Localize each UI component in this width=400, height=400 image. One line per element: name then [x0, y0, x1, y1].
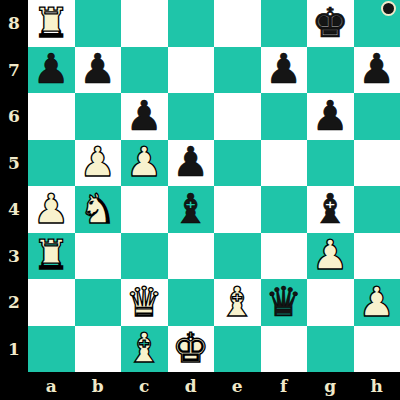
square-f6[interactable]: [261, 93, 308, 140]
square-g4[interactable]: ♝: [307, 186, 354, 233]
black-pawn-h7[interactable]: ♟: [358, 49, 395, 90]
square-e3[interactable]: [214, 233, 261, 280]
rank-label-1: 1: [0, 326, 28, 373]
square-h4[interactable]: [354, 186, 400, 233]
square-b2[interactable]: [75, 279, 122, 326]
white-pawn-g3[interactable]: ♟: [312, 235, 349, 276]
square-a8[interactable]: ♜: [28, 0, 75, 47]
square-c8[interactable]: [121, 0, 168, 47]
black-pawn-d5[interactable]: ♟: [172, 142, 209, 183]
black-bishop-d4[interactable]: ♝: [172, 189, 209, 230]
square-f3[interactable]: [261, 233, 308, 280]
square-e8[interactable]: [214, 0, 261, 47]
black-king-g8[interactable]: ♚: [312, 3, 349, 44]
chess-board: ♜♚♟♟♟♟♟♟♟♟♟♟♞♝♝♜♟♛♝♛♟♝♚: [28, 0, 400, 372]
square-h7[interactable]: ♟: [354, 47, 400, 94]
square-c3[interactable]: [121, 233, 168, 280]
square-a7[interactable]: ♟: [28, 47, 75, 94]
white-rook-a8[interactable]: ♜: [33, 3, 70, 44]
square-c7[interactable]: [121, 47, 168, 94]
square-h1[interactable]: [354, 326, 400, 373]
white-bishop-e2[interactable]: ♝: [219, 282, 256, 323]
square-e4[interactable]: [214, 186, 261, 233]
square-c1[interactable]: ♝: [121, 326, 168, 373]
square-g1[interactable]: [307, 326, 354, 373]
file-label-c: c: [121, 372, 168, 400]
square-b4[interactable]: ♞: [75, 186, 122, 233]
square-d3[interactable]: [168, 233, 215, 280]
square-b5[interactable]: ♟: [75, 140, 122, 187]
file-label-d: d: [168, 372, 215, 400]
white-rook-a3[interactable]: ♜: [33, 235, 70, 276]
rank-label-6: 6: [0, 93, 28, 140]
white-pawn-b5[interactable]: ♟: [79, 142, 116, 183]
chess-puzzle-screenshot: 87654321 ♜♚♟♟♟♟♟♟♟♟♟♟♞♝♝♜♟♛♝♛♟♝♚ abcdefg…: [0, 0, 400, 400]
black-pawn-f7[interactable]: ♟: [265, 49, 302, 90]
square-f1[interactable]: [261, 326, 308, 373]
square-h2[interactable]: ♟: [354, 279, 400, 326]
square-f2[interactable]: ♛: [261, 279, 308, 326]
square-g8[interactable]: ♚: [307, 0, 354, 47]
black-pawn-c6[interactable]: ♟: [126, 96, 163, 137]
square-e5[interactable]: [214, 140, 261, 187]
side-to-move-indicator: [381, 1, 396, 16]
square-a4[interactable]: ♟: [28, 186, 75, 233]
rank-label-7: 7: [0, 47, 28, 94]
white-pawn-h2[interactable]: ♟: [358, 282, 395, 323]
white-knight-b4[interactable]: ♞: [79, 189, 116, 230]
file-label-b: b: [75, 372, 122, 400]
rank-label-3: 3: [0, 233, 28, 280]
square-a3[interactable]: ♜: [28, 233, 75, 280]
white-king-d1[interactable]: ♚: [172, 328, 209, 369]
white-pawn-a4[interactable]: ♟: [33, 189, 70, 230]
rank-labels: 87654321: [0, 0, 28, 372]
square-f5[interactable]: [261, 140, 308, 187]
square-c5[interactable]: ♟: [121, 140, 168, 187]
square-d7[interactable]: [168, 47, 215, 94]
square-h6[interactable]: [354, 93, 400, 140]
white-bishop-c1[interactable]: ♝: [126, 328, 163, 369]
square-b3[interactable]: [75, 233, 122, 280]
file-label-g: g: [307, 372, 354, 400]
black-bishop-g4[interactable]: ♝: [312, 189, 349, 230]
square-c2[interactable]: ♛: [121, 279, 168, 326]
square-a2[interactable]: [28, 279, 75, 326]
file-label-f: f: [261, 372, 308, 400]
square-g5[interactable]: [307, 140, 354, 187]
rank-label-5: 5: [0, 140, 28, 187]
square-h3[interactable]: [354, 233, 400, 280]
file-label-h: h: [354, 372, 400, 400]
rank-label-2: 2: [0, 279, 28, 326]
square-g7[interactable]: [307, 47, 354, 94]
square-a1[interactable]: [28, 326, 75, 373]
square-b8[interactable]: [75, 0, 122, 47]
square-h5[interactable]: [354, 140, 400, 187]
square-a5[interactable]: [28, 140, 75, 187]
black-pawn-b7[interactable]: ♟: [79, 49, 116, 90]
square-f4[interactable]: [261, 186, 308, 233]
square-e6[interactable]: [214, 93, 261, 140]
square-d8[interactable]: [168, 0, 215, 47]
square-e2[interactable]: ♝: [214, 279, 261, 326]
square-d5[interactable]: ♟: [168, 140, 215, 187]
square-d6[interactable]: [168, 93, 215, 140]
square-b6[interactable]: [75, 93, 122, 140]
rank-label-4: 4: [0, 186, 28, 233]
white-queen-c2[interactable]: ♛: [126, 282, 163, 323]
square-g3[interactable]: ♟: [307, 233, 354, 280]
square-e7[interactable]: [214, 47, 261, 94]
file-label-a: a: [28, 372, 75, 400]
square-e1[interactable]: [214, 326, 261, 373]
square-b7[interactable]: ♟: [75, 47, 122, 94]
square-g2[interactable]: [307, 279, 354, 326]
square-d4[interactable]: ♝: [168, 186, 215, 233]
black-queen-f2[interactable]: ♛: [265, 282, 302, 323]
square-f8[interactable]: [261, 0, 308, 47]
rank-label-8: 8: [0, 0, 28, 47]
file-labels: abcdefgh: [28, 372, 400, 400]
black-pawn-a7[interactable]: ♟: [33, 49, 70, 90]
square-b1[interactable]: [75, 326, 122, 373]
square-d1[interactable]: ♚: [168, 326, 215, 373]
square-d2[interactable]: [168, 279, 215, 326]
square-f7[interactable]: ♟: [261, 47, 308, 94]
square-a6[interactable]: [28, 93, 75, 140]
square-c4[interactable]: [121, 186, 168, 233]
black-pawn-g6[interactable]: ♟: [312, 96, 349, 137]
white-pawn-c5[interactable]: ♟: [126, 142, 163, 183]
square-c6[interactable]: ♟: [121, 93, 168, 140]
file-label-e: e: [214, 372, 261, 400]
square-g6[interactable]: ♟: [307, 93, 354, 140]
